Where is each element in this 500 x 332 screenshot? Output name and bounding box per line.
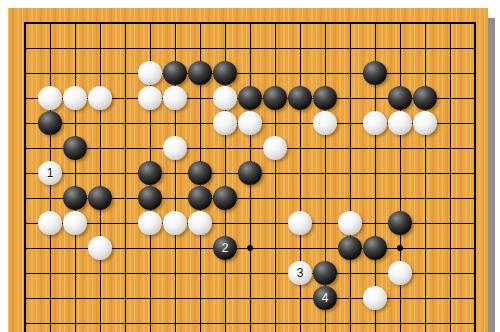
black-stone bbox=[288, 86, 312, 110]
black-stone bbox=[138, 161, 162, 185]
black-stone bbox=[313, 261, 337, 285]
grid-vertical-line bbox=[425, 23, 426, 332]
grid-vertical-line bbox=[125, 23, 126, 332]
grid-vertical-line bbox=[474, 23, 476, 332]
black-stone-move-2: 2 bbox=[213, 236, 237, 260]
white-stone bbox=[338, 211, 362, 235]
white-stone bbox=[88, 236, 112, 260]
black-stone bbox=[138, 186, 162, 210]
white-stone bbox=[63, 86, 87, 110]
grid-vertical-line bbox=[450, 23, 451, 332]
white-stone bbox=[163, 211, 187, 235]
white-stone bbox=[213, 111, 237, 135]
white-stone bbox=[138, 211, 162, 235]
white-stone bbox=[138, 86, 162, 110]
white-stone bbox=[388, 261, 412, 285]
black-stone bbox=[188, 61, 212, 85]
white-stone bbox=[363, 286, 387, 310]
black-stone bbox=[38, 111, 62, 135]
grid-horizontal-line bbox=[24, 73, 476, 74]
white-stone bbox=[213, 86, 237, 110]
black-stone bbox=[413, 86, 437, 110]
white-stone bbox=[363, 111, 387, 135]
white-stone bbox=[288, 211, 312, 235]
grid-horizontal-line bbox=[24, 48, 476, 49]
black-stone bbox=[388, 211, 412, 235]
white-stone bbox=[163, 136, 187, 160]
black-stone bbox=[163, 61, 187, 85]
black-stone bbox=[88, 186, 112, 210]
grid-horizontal-line bbox=[24, 323, 476, 324]
white-stone bbox=[63, 211, 87, 235]
black-stone bbox=[363, 236, 387, 260]
white-stone bbox=[188, 211, 212, 235]
grid-horizontal-line bbox=[24, 148, 476, 149]
white-stone bbox=[163, 86, 187, 110]
grid-vertical-line bbox=[400, 23, 401, 332]
white-stone bbox=[388, 111, 412, 135]
white-stone bbox=[413, 111, 437, 135]
grid-horizontal-line bbox=[24, 22, 476, 24]
white-stone bbox=[238, 111, 262, 135]
grid-vertical-line bbox=[275, 23, 276, 332]
black-stone bbox=[213, 186, 237, 210]
white-stone bbox=[263, 136, 287, 160]
black-stone bbox=[238, 86, 262, 110]
black-stone bbox=[388, 86, 412, 110]
black-stone bbox=[263, 86, 287, 110]
move-number-label: 3 bbox=[288, 261, 312, 285]
black-stone bbox=[213, 61, 237, 85]
black-stone bbox=[63, 136, 87, 160]
white-stone bbox=[88, 86, 112, 110]
black-stone bbox=[188, 186, 212, 210]
move-number-label: 1 bbox=[38, 161, 62, 185]
black-stone bbox=[188, 161, 212, 185]
grid-vertical-line bbox=[100, 23, 101, 332]
star-point bbox=[397, 245, 403, 251]
white-stone-move-3: 3 bbox=[288, 261, 312, 285]
white-stone bbox=[38, 211, 62, 235]
grid-vertical-line bbox=[75, 23, 76, 332]
screenshot-page: 1234 bbox=[0, 0, 500, 332]
grid-vertical-line bbox=[350, 23, 351, 332]
go-board[interactable]: 1234 bbox=[8, 8, 488, 332]
board-shadow bbox=[488, 18, 495, 332]
black-stone bbox=[313, 86, 337, 110]
star-point bbox=[247, 245, 253, 251]
move-number-label: 4 bbox=[313, 286, 337, 310]
move-number-label: 2 bbox=[213, 236, 237, 260]
black-stone bbox=[238, 161, 262, 185]
black-stone bbox=[338, 236, 362, 260]
black-stone bbox=[363, 61, 387, 85]
black-stone bbox=[63, 186, 87, 210]
grid-vertical-line bbox=[24, 23, 26, 332]
white-stone bbox=[38, 86, 62, 110]
black-stone-move-4: 4 bbox=[313, 286, 337, 310]
grid-horizontal-line bbox=[24, 298, 476, 299]
grid-vertical-line bbox=[300, 23, 301, 332]
white-stone-move-1: 1 bbox=[38, 161, 62, 185]
white-stone bbox=[138, 61, 162, 85]
white-stone bbox=[313, 111, 337, 135]
